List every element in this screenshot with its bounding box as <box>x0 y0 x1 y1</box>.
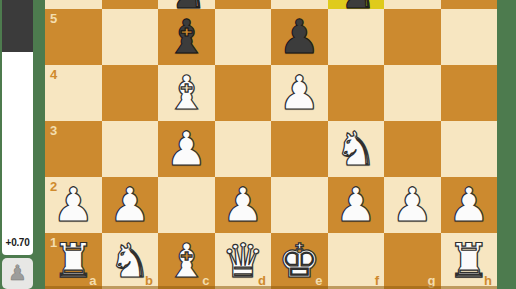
square-g2[interactable]: ♟ <box>384 177 441 233</box>
square-g4[interactable] <box>384 65 441 121</box>
square-a5[interactable]: 5 <box>45 9 102 65</box>
square-e5[interactable]: ♟ <box>271 9 328 65</box>
square-f2[interactable]: ♟ <box>328 177 385 233</box>
piece-white-rook[interactable]: ♜ <box>441 233 498 289</box>
square-b4[interactable] <box>102 65 159 121</box>
square-h4[interactable] <box>441 65 498 121</box>
square-f6[interactable]: ♞ <box>328 0 385 9</box>
square-e2[interactable] <box>271 177 328 233</box>
pawn-icon: ♟ <box>8 263 27 284</box>
square-a6[interactable] <box>45 0 102 9</box>
piece-black-knight[interactable]: ♞ <box>158 0 215 16</box>
square-e6[interactable] <box>271 0 328 9</box>
square-a3[interactable]: 3 <box>45 121 102 177</box>
square-h2[interactable]: ♟ <box>441 177 498 233</box>
square-h3[interactable] <box>441 121 498 177</box>
square-d4[interactable] <box>215 65 272 121</box>
piece-white-queen[interactable]: ♛ <box>215 233 272 289</box>
file-label-g: g <box>428 273 436 288</box>
piece-black-knight[interactable]: ♞ <box>328 0 385 16</box>
square-a4[interactable]: 4 <box>45 65 102 121</box>
piece-white-pawn[interactable]: ♟ <box>328 177 385 233</box>
chess-board: ♞♞5♝♟4♝♟3♟♞2♟♟♟♟♟♟1a♜b♞c♝d♛e♚fgh♜ <box>45 0 497 289</box>
square-e4[interactable]: ♟ <box>271 65 328 121</box>
square-f1[interactable]: f <box>328 233 385 289</box>
piece-black-pawn[interactable]: ♟ <box>271 9 328 65</box>
square-f3[interactable]: ♞ <box>328 121 385 177</box>
square-d3[interactable] <box>215 121 272 177</box>
piece-white-king[interactable]: ♚ <box>271 233 328 289</box>
piece-white-pawn[interactable]: ♟ <box>271 65 328 121</box>
piece-white-pawn[interactable]: ♟ <box>215 177 272 233</box>
square-c1[interactable]: c♝ <box>158 233 215 289</box>
square-c4[interactable]: ♝ <box>158 65 215 121</box>
file-label-f: f <box>375 273 379 288</box>
square-b6[interactable] <box>102 0 159 9</box>
square-e1[interactable]: e♚ <box>271 233 328 289</box>
square-c2[interactable] <box>158 177 215 233</box>
square-e3[interactable] <box>271 121 328 177</box>
piece-white-knight[interactable]: ♞ <box>328 121 385 177</box>
square-h6[interactable] <box>441 0 498 9</box>
piece-white-pawn[interactable]: ♟ <box>384 177 441 233</box>
square-c3[interactable]: ♟ <box>158 121 215 177</box>
piece-white-pawn[interactable]: ♟ <box>45 177 102 233</box>
piece-white-pawn[interactable]: ♟ <box>441 177 498 233</box>
square-a2[interactable]: 2♟ <box>45 177 102 233</box>
piece-white-bishop[interactable]: ♝ <box>158 65 215 121</box>
square-d5[interactable] <box>215 9 272 65</box>
square-d2[interactable]: ♟ <box>215 177 272 233</box>
rank-label-3: 3 <box>50 123 57 138</box>
piece-white-pawn[interactable]: ♟ <box>158 121 215 177</box>
piece-white-pawn[interactable]: ♟ <box>102 177 159 233</box>
piece-white-bishop[interactable]: ♝ <box>158 233 215 289</box>
square-h5[interactable] <box>441 9 498 65</box>
square-g5[interactable] <box>384 9 441 65</box>
square-b1[interactable]: b♞ <box>102 233 159 289</box>
square-f4[interactable] <box>328 65 385 121</box>
square-d1[interactable]: d♛ <box>215 233 272 289</box>
square-g3[interactable] <box>384 121 441 177</box>
evaluation-bar-black-section <box>2 0 33 52</box>
rank-label-4: 4 <box>50 67 57 82</box>
square-b2[interactable]: ♟ <box>102 177 159 233</box>
square-h1[interactable]: h♜ <box>441 233 498 289</box>
square-a1[interactable]: 1a♜ <box>45 233 102 289</box>
chess-app-screen: +0.70 ♟ ♞♞5♝♟4♝♟3♟♞2♟♟♟♟♟♟1a♜b♞c♝d♛e♚fgh… <box>0 0 516 289</box>
piece-white-rook[interactable]: ♜ <box>45 233 102 289</box>
rank-label-5: 5 <box>50 11 57 26</box>
square-g1[interactable]: g <box>384 233 441 289</box>
square-b5[interactable] <box>102 9 159 65</box>
evaluation-score: +0.70 <box>2 237 33 248</box>
pawn-button[interactable]: ♟ <box>2 258 33 289</box>
square-c6[interactable]: ♞ <box>158 0 215 9</box>
square-b3[interactable] <box>102 121 159 177</box>
square-g6[interactable] <box>384 0 441 9</box>
evaluation-bar: +0.70 <box>2 0 33 255</box>
square-d6[interactable] <box>215 0 272 9</box>
piece-white-knight[interactable]: ♞ <box>102 233 159 289</box>
